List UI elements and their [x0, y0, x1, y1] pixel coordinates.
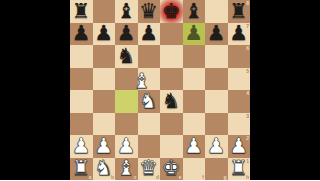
white-queen[interactable]: ♛	[138, 158, 161, 181]
square-h2[interactable]: ♟2	[228, 135, 251, 158]
square-b6[interactable]	[93, 45, 116, 68]
black-knight[interactable]: ♞	[115, 45, 138, 68]
square-f4[interactable]	[183, 90, 206, 113]
white-king[interactable]: ♚	[160, 158, 183, 181]
square-g7[interactable]: ♟	[205, 23, 228, 46]
square-d5[interactable]: ♝	[138, 68, 161, 91]
square-d3[interactable]	[138, 113, 161, 136]
square-b7[interactable]: ♟	[93, 23, 116, 46]
square-f8[interactable]: ♝	[183, 0, 206, 23]
square-b1[interactable]: ♞b	[93, 158, 116, 181]
square-b2[interactable]: ♟	[93, 135, 116, 158]
black-pawn[interactable]: ♟	[93, 23, 116, 46]
square-g2[interactable]: ♟	[205, 135, 228, 158]
square-c6[interactable]: ♞	[115, 45, 138, 68]
black-pawn[interactable]: ♟	[205, 23, 228, 46]
square-b4[interactable]	[93, 90, 116, 113]
square-a6[interactable]	[70, 45, 93, 68]
chess-board[interactable]: ♜♝♛♚♝♜8♟♟♟♟♟♟♟7♞6♝5♞♞43♟♟♟♟♟♟2♜a♞b♝c♛d♚e…	[70, 0, 250, 180]
letterbox-left	[0, 0, 70, 180]
square-h8[interactable]: ♜8	[228, 0, 251, 23]
square-h5[interactable]: 5	[228, 68, 251, 91]
square-a2[interactable]: ♟	[70, 135, 93, 158]
square-a8[interactable]: ♜	[70, 0, 93, 23]
square-d6[interactable]	[138, 45, 161, 68]
square-e5[interactable]	[160, 68, 183, 91]
square-g4[interactable]	[205, 90, 228, 113]
black-pawn[interactable]: ♟	[138, 23, 161, 46]
square-g3[interactable]	[205, 113, 228, 136]
square-e3[interactable]	[160, 113, 183, 136]
square-g8[interactable]	[205, 0, 228, 23]
white-bishop-animating[interactable]: ♝	[131, 71, 154, 94]
square-c1[interactable]: ♝c	[115, 158, 138, 181]
square-f7[interactable]: ♟	[183, 23, 206, 46]
file-label-g: g	[223, 175, 226, 180]
square-f5[interactable]	[183, 68, 206, 91]
square-b8[interactable]	[93, 0, 116, 23]
white-bishop[interactable]: ♝	[115, 158, 138, 181]
square-f6[interactable]	[183, 45, 206, 68]
square-e7[interactable]	[160, 23, 183, 46]
white-pawn[interactable]: ♟	[228, 135, 251, 158]
square-a5[interactable]	[70, 68, 93, 91]
white-rook[interactable]: ♜	[228, 158, 251, 181]
square-a7[interactable]: ♟	[70, 23, 93, 46]
square-e1[interactable]: ♚e	[160, 158, 183, 181]
square-e2[interactable]	[160, 135, 183, 158]
square-g5[interactable]	[205, 68, 228, 91]
square-c3[interactable]	[115, 113, 138, 136]
square-g1[interactable]: g	[205, 158, 228, 181]
black-pawn[interactable]: ♟	[115, 23, 138, 46]
white-pawn[interactable]: ♟	[183, 135, 206, 158]
square-d2[interactable]	[138, 135, 161, 158]
square-a3[interactable]	[70, 113, 93, 136]
square-h6[interactable]: 6	[228, 45, 251, 68]
square-d1[interactable]: ♛d	[138, 158, 161, 181]
black-rook[interactable]: ♜	[228, 0, 251, 23]
black-bishop[interactable]: ♝	[115, 0, 138, 23]
white-knight[interactable]: ♞	[93, 158, 116, 181]
square-c2[interactable]: ♟	[115, 135, 138, 158]
file-label-f: f	[202, 175, 204, 180]
black-pawn[interactable]: ♟	[228, 23, 251, 46]
square-e4[interactable]: ♞	[160, 90, 183, 113]
letterbox-right	[250, 0, 320, 180]
black-bishop[interactable]: ♝	[183, 0, 206, 23]
square-h3[interactable]: 3	[228, 113, 251, 136]
rank-label-3: 3	[246, 114, 249, 119]
square-f2[interactable]: ♟	[183, 135, 206, 158]
white-rook[interactable]: ♜	[70, 158, 93, 181]
square-b5[interactable]	[93, 68, 116, 91]
video-frame: ♜♝♛♚♝♜8♟♟♟♟♟♟♟7♞6♝5♞♞43♟♟♟♟♟♟2♜a♞b♝c♛d♚e…	[0, 0, 320, 180]
white-pawn[interactable]: ♟	[115, 135, 138, 158]
square-a4[interactable]	[70, 90, 93, 113]
square-e8[interactable]: ♚	[160, 0, 183, 23]
square-g6[interactable]	[205, 45, 228, 68]
square-h4[interactable]: 4	[228, 90, 251, 113]
white-pawn[interactable]: ♟	[70, 135, 93, 158]
square-f3[interactable]	[183, 113, 206, 136]
white-pawn[interactable]: ♟	[93, 135, 116, 158]
square-c8[interactable]: ♝	[115, 0, 138, 23]
square-c7[interactable]: ♟	[115, 23, 138, 46]
square-b3[interactable]	[93, 113, 116, 136]
black-rook[interactable]: ♜	[70, 0, 93, 23]
rank-label-6: 6	[246, 46, 249, 51]
square-h7[interactable]: ♟7	[228, 23, 251, 46]
rank-label-5: 5	[246, 69, 249, 74]
white-pawn[interactable]: ♟	[205, 135, 228, 158]
square-a1[interactable]: ♜a	[70, 158, 93, 181]
square-e6[interactable]	[160, 45, 183, 68]
square-h1[interactable]: ♜1h	[228, 158, 251, 181]
square-d4[interactable]: ♞	[138, 90, 161, 113]
black-pawn-being-captured[interactable]: ♟	[183, 23, 206, 46]
white-knight[interactable]: ♞	[138, 90, 161, 113]
black-knight[interactable]: ♞	[160, 90, 183, 113]
black-king[interactable]: ♚	[160, 0, 183, 23]
square-d7[interactable]: ♟	[138, 23, 161, 46]
black-pawn[interactable]: ♟	[70, 23, 93, 46]
black-queen[interactable]: ♛	[138, 0, 161, 23]
square-c4[interactable]	[115, 90, 138, 113]
square-d8[interactable]: ♛	[138, 0, 161, 23]
square-f1[interactable]: f	[183, 158, 206, 181]
rank-label-4: 4	[246, 91, 249, 96]
